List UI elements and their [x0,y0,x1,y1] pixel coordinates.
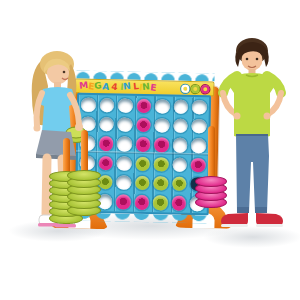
empty-hole [174,99,189,114]
pink-disc [136,118,151,133]
empty-hole [116,175,131,190]
empty-hole [117,156,132,171]
boy-eye [256,58,259,61]
green-disc [172,176,187,191]
boy-tshirt [228,73,276,139]
cell-r6c4 [132,192,151,212]
boy-right-hand [264,113,271,120]
ring-stack-pink [194,126,228,208]
cell-r2c5 [153,116,172,136]
cell-r1c3 [116,95,135,115]
boy-left-hand [234,113,241,120]
cell-r6c3 [114,192,133,212]
pink-ring [195,176,227,187]
banner-letter: 4 [111,83,118,93]
scene: MEGA4INLINE [0,0,300,300]
cell-r5c6 [170,174,189,194]
banner-letter: E [150,83,157,93]
empty-hole [173,118,188,133]
empty-hole [118,98,133,113]
cell-r4c6 [170,155,189,175]
cell-r2c6 [171,116,190,136]
boy-jeans-cuff [255,207,267,213]
cell-r1c7 [190,97,209,117]
empty-hole [155,99,170,114]
green-disc [153,176,168,191]
ring-stack-green-2 [66,130,102,216]
boy-jeans-cuff [237,207,249,213]
cell-r4c4 [133,154,152,174]
girl-right-arm [70,95,79,124]
pink-disc [172,196,187,211]
green-disc [153,195,168,210]
white-ring-icon [181,84,189,92]
cell-r2c4 [134,115,153,135]
cell-r5c4 [133,173,152,193]
boy-eye [246,58,249,61]
cell-r1c5 [153,96,172,116]
banner-letter: N [123,82,131,92]
empty-hole [192,100,207,115]
empty-hole [172,157,187,172]
girl-left-leg [46,158,47,214]
cell-r2c3 [115,115,134,135]
pink-disc [136,137,151,152]
green-ring-icon [191,84,199,92]
green-disc [154,157,169,172]
girl-eye [63,71,66,74]
girl-shoe-sole [55,224,76,228]
empty-hole [173,138,188,153]
boy-jeans [236,134,269,212]
girl-left-hand [34,125,41,132]
cell-r5c5 [151,174,170,194]
cell-r5c3 [114,173,133,193]
empty-hole [155,118,170,133]
cell-r1c6 [172,97,191,117]
boy-shoe-sole [256,224,283,227]
pink-disc [116,195,131,210]
empty-hole [118,117,133,132]
cell-r4c5 [152,154,171,174]
banner-disc-icons [181,84,209,93]
cell-r4c3 [115,153,134,173]
cell-r1c4 [134,96,153,116]
pink-disc [134,195,149,210]
green-ring [67,170,101,181]
pink-disc [154,137,169,152]
cell-r6c5 [151,193,170,213]
cell-r6c6 [170,193,189,213]
empty-hole [117,137,132,152]
green-disc [135,176,150,191]
pink-disc [136,98,151,113]
boy-shoe-sole [221,224,248,227]
green-disc [135,156,150,171]
